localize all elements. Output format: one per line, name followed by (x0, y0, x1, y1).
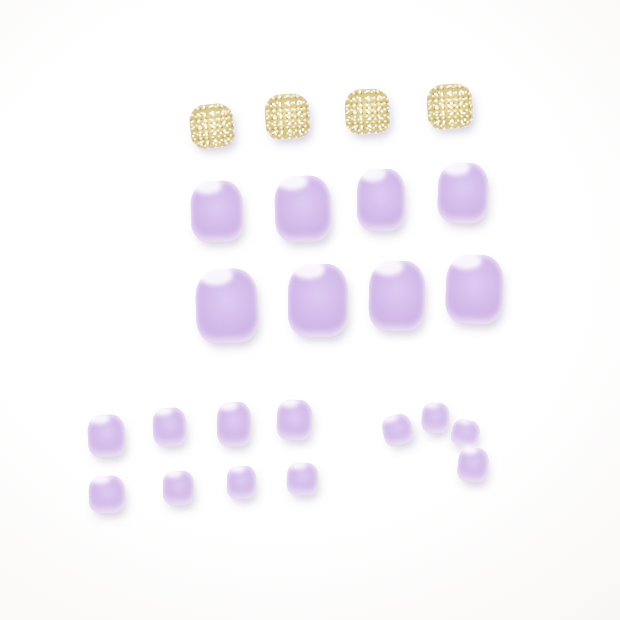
press-on-nail-lavender (456, 447, 489, 484)
press-on-nail-lavender (87, 414, 126, 458)
press-on-nail-lavender (195, 268, 260, 344)
press-on-nail-lavender (437, 162, 489, 224)
product-photo (0, 0, 620, 620)
press-on-nail-lavender (368, 261, 425, 332)
press-on-nail-lavender (190, 180, 244, 243)
press-on-nail-gold-glitter (425, 82, 474, 130)
press-on-nail-lavender (421, 402, 450, 434)
press-on-nail-lavender (288, 264, 348, 337)
press-on-nail-lavender (217, 402, 251, 446)
press-on-nail-lavender (445, 254, 504, 325)
press-on-nail-lavender (449, 417, 481, 449)
press-on-nail-lavender (227, 466, 257, 500)
press-on-nail-lavender (286, 462, 318, 495)
press-on-nail-lavender (274, 175, 332, 243)
press-on-nail-lavender (380, 412, 415, 447)
press-on-nail-lavender (163, 471, 194, 505)
press-on-nail-lavender (357, 169, 405, 231)
press-on-nail-gold-glitter (263, 92, 311, 140)
press-on-nail-gold-glitter (188, 102, 236, 150)
press-on-nail-gold-glitter (344, 88, 391, 135)
press-on-nail-lavender (88, 475, 125, 513)
press-on-nail-lavender (152, 407, 186, 446)
press-on-nail-lavender (276, 399, 312, 440)
